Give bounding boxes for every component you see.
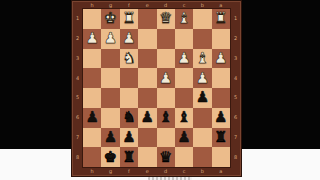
- white-pawn-icon: ♟: [83, 29, 101, 49]
- square-h5[interactable]: [83, 88, 101, 108]
- black-knight-icon: ♞: [120, 108, 138, 128]
- file-labels-top: hgfedcba: [83, 1, 230, 9]
- square-b1[interactable]: [193, 9, 211, 29]
- black-pawn-icon: ♟: [83, 108, 101, 128]
- black-king-icon: ♚: [101, 147, 119, 167]
- square-f2[interactable]: ♟: [120, 29, 138, 49]
- file-label: f: [120, 1, 138, 9]
- file-label: c: [175, 167, 193, 176]
- file-label: f: [120, 167, 138, 176]
- square-g7[interactable]: ♟: [101, 128, 119, 148]
- rank-label: 7: [230, 128, 241, 148]
- white-bishop-icon: ♝: [175, 9, 193, 29]
- square-d5[interactable]: [157, 88, 175, 108]
- file-label: e: [138, 167, 156, 176]
- square-a6[interactable]: ♟: [212, 108, 230, 128]
- square-c1[interactable]: ♝: [175, 9, 193, 29]
- square-g8[interactable]: ♚: [101, 147, 119, 167]
- rank-labels-left: 12345678: [72, 9, 83, 167]
- rank-label: 4: [72, 68, 83, 88]
- square-a1[interactable]: ♜: [212, 9, 230, 29]
- square-a4[interactable]: [212, 68, 230, 88]
- white-pawn-icon: ♟: [175, 49, 193, 69]
- square-g3[interactable]: [101, 49, 119, 69]
- video-frame: { "game": "chess", "position": { "fen": …: [0, 0, 320, 180]
- black-rook-icon: ♜: [212, 128, 230, 148]
- square-d2[interactable]: [157, 29, 175, 49]
- square-h1[interactable]: [83, 9, 101, 29]
- black-pawn-icon: ♟: [193, 88, 211, 108]
- white-knight-icon: ♞: [120, 49, 138, 69]
- square-a8[interactable]: [212, 147, 230, 167]
- square-d8[interactable]: ♛: [157, 147, 175, 167]
- square-f8[interactable]: ♜: [120, 147, 138, 167]
- file-label: a: [212, 167, 230, 176]
- square-e6[interactable]: ♟: [138, 108, 156, 128]
- white-bishop-icon: ♝: [193, 49, 211, 69]
- square-c4[interactable]: [175, 68, 193, 88]
- white-pawn-icon: ♟: [212, 49, 230, 69]
- file-label: d: [157, 167, 175, 176]
- square-c8[interactable]: [175, 147, 193, 167]
- square-e8[interactable]: [138, 147, 156, 167]
- square-a3[interactable]: ♟: [212, 49, 230, 69]
- square-h6[interactable]: ♟: [83, 108, 101, 128]
- square-b6[interactable]: [193, 108, 211, 128]
- square-g4[interactable]: [101, 68, 119, 88]
- square-e2[interactable]: [138, 29, 156, 49]
- square-d6[interactable]: ♝: [157, 108, 175, 128]
- rank-label: 4: [230, 68, 241, 88]
- square-g5[interactable]: [101, 88, 119, 108]
- rank-label: 5: [72, 88, 83, 108]
- square-e5[interactable]: [138, 88, 156, 108]
- white-pawn-icon: ♟: [101, 29, 119, 49]
- square-c7[interactable]: ♟: [175, 128, 193, 148]
- white-pawn-icon: ♟: [193, 68, 211, 88]
- file-label: b: [193, 1, 211, 9]
- square-h3[interactable]: [83, 49, 101, 69]
- square-f6[interactable]: ♞: [120, 108, 138, 128]
- black-pawn-icon: ♟: [175, 128, 193, 148]
- square-e4[interactable]: [138, 68, 156, 88]
- rank-label: 2: [72, 29, 83, 49]
- square-a7[interactable]: ♜: [212, 128, 230, 148]
- white-queen-icon: ♛: [157, 9, 175, 29]
- rank-labels-right: 12345678: [230, 9, 241, 167]
- black-queen-icon: ♛: [157, 147, 175, 167]
- white-rook-icon: ♜: [120, 9, 138, 29]
- square-f5[interactable]: [120, 88, 138, 108]
- square-c6[interactable]: ♝: [175, 108, 193, 128]
- rank-label: 8: [72, 147, 83, 167]
- square-b2[interactable]: [193, 29, 211, 49]
- black-rook-icon: ♜: [120, 147, 138, 167]
- file-label: g: [101, 1, 119, 9]
- square-c5[interactable]: [175, 88, 193, 108]
- square-c3[interactable]: ♟: [175, 49, 193, 69]
- black-pawn-icon: ♟: [101, 128, 119, 148]
- file-label: g: [101, 167, 119, 176]
- square-a5[interactable]: [212, 88, 230, 108]
- square-h8[interactable]: [83, 147, 101, 167]
- black-pawn-icon: ♟: [120, 128, 138, 148]
- square-h7[interactable]: [83, 128, 101, 148]
- rank-label: 2: [230, 29, 241, 49]
- rank-label: 8: [230, 147, 241, 167]
- rank-label: 5: [230, 88, 241, 108]
- white-pawn-icon: ♟: [157, 68, 175, 88]
- square-h2[interactable]: ♟: [83, 29, 101, 49]
- white-king-icon: ♚: [101, 9, 119, 29]
- square-g2[interactable]: ♟: [101, 29, 119, 49]
- square-b7[interactable]: [193, 128, 211, 148]
- black-pawn-icon: ♟: [212, 108, 230, 128]
- square-e7[interactable]: [138, 128, 156, 148]
- square-g1[interactable]: ♚: [101, 9, 119, 29]
- square-f3[interactable]: ♞: [120, 49, 138, 69]
- square-d7[interactable]: [157, 128, 175, 148]
- square-b4[interactable]: ♟: [193, 68, 211, 88]
- file-label: a: [212, 1, 230, 9]
- rank-label: 1: [72, 9, 83, 29]
- white-rook-icon: ♜: [212, 9, 230, 29]
- chess-board-frame: hgfedcba 12345678 12345678 hgfedcba ♚♜♛♝…: [72, 1, 241, 176]
- black-pawn-icon: ♟: [138, 108, 156, 128]
- square-d3[interactable]: [157, 49, 175, 69]
- file-label: d: [157, 1, 175, 9]
- black-bishop-icon: ♝: [175, 108, 193, 128]
- caption-watermark: [148, 177, 192, 180]
- rank-label: 3: [72, 49, 83, 69]
- black-bishop-icon: ♝: [157, 108, 175, 128]
- square-f4[interactable]: [120, 68, 138, 88]
- file-label: h: [83, 167, 101, 176]
- rank-label: 1: [230, 9, 241, 29]
- square-d4[interactable]: ♟: [157, 68, 175, 88]
- square-e1[interactable]: [138, 9, 156, 29]
- chess-board: ♚♜♛♝♜♟♟♟♞♟♝♟♟♟♟♟♞♟♝♝♟♟♟♟♜♚♜♛: [83, 9, 230, 167]
- square-a2[interactable]: [212, 29, 230, 49]
- file-labels-bottom: hgfedcba: [83, 167, 230, 176]
- square-c2[interactable]: [175, 29, 193, 49]
- rank-label: 6: [72, 108, 83, 128]
- square-f7[interactable]: ♟: [120, 128, 138, 148]
- square-d1[interactable]: ♛: [157, 9, 175, 29]
- file-label: e: [138, 1, 156, 9]
- square-e3[interactable]: [138, 49, 156, 69]
- square-b3[interactable]: ♝: [193, 49, 211, 69]
- file-label: h: [83, 1, 101, 9]
- square-h4[interactable]: [83, 68, 101, 88]
- square-f1[interactable]: ♜: [120, 9, 138, 29]
- file-label: b: [193, 167, 211, 176]
- white-pawn-icon: ♟: [120, 29, 138, 49]
- square-b8[interactable]: [193, 147, 211, 167]
- file-label: c: [175, 1, 193, 9]
- square-g6[interactable]: [101, 108, 119, 128]
- rank-label: 7: [72, 128, 83, 148]
- rank-label: 6: [230, 108, 241, 128]
- rank-label: 3: [230, 49, 241, 69]
- square-b5[interactable]: ♟: [193, 88, 211, 108]
